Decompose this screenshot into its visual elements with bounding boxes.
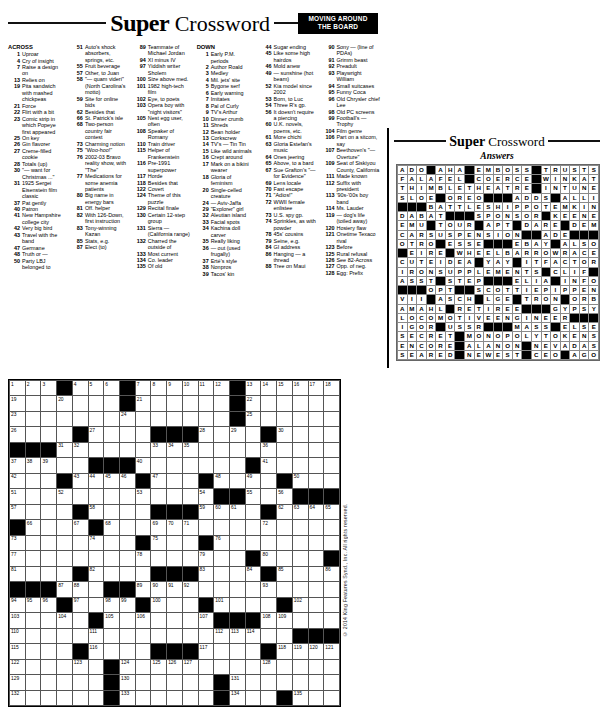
grid-cell[interactable] [26,644,41,658]
grid-cell[interactable]: 58 [89,505,104,519]
grid-cell[interactable] [73,551,88,565]
grid-cell[interactable] [183,489,198,503]
grid-cell[interactable]: 79 [199,551,214,565]
grid-cell[interactable] [26,613,41,627]
grid-cell[interactable] [89,660,104,674]
grid-cell[interactable]: 88 [73,582,88,596]
grid-cell[interactable]: 83 [199,567,214,581]
grid-cell[interactable]: 69 [151,520,166,534]
grid-cell[interactable] [41,675,56,689]
grid-cell[interactable]: 96 [41,598,56,612]
grid-cell[interactable] [309,396,324,410]
grid-cell[interactable]: 32 [73,443,88,457]
grid-cell[interactable] [26,396,41,410]
grid-cell[interactable] [104,629,119,643]
grid-cell[interactable]: 28 [199,427,214,441]
grid-cell[interactable] [230,458,245,472]
grid-cell[interactable] [89,598,104,612]
grid-cell[interactable] [324,396,339,410]
grid-cell[interactable] [324,474,339,488]
grid-cell[interactable] [324,598,339,612]
grid-cell[interactable] [89,551,104,565]
grid-cell[interactable] [199,520,214,534]
grid-cell[interactable]: 21 [136,396,151,410]
grid-cell[interactable] [246,582,261,596]
grid-cell[interactable]: 125 [151,660,166,674]
grid-cell[interactable] [277,520,292,534]
grid-cell[interactable] [57,458,72,472]
grid-cell[interactable]: 130 [120,675,135,689]
grid-cell[interactable] [104,505,119,519]
grid-cell[interactable]: 2 [26,381,41,395]
grid-cell[interactable] [41,474,56,488]
grid-cell[interactable] [230,443,245,457]
grid-cell[interactable] [230,474,245,488]
grid-cell[interactable]: 60 [214,505,229,519]
grid-cell[interactable]: 34 [167,443,182,457]
grid-cell[interactable]: 94 [10,598,25,612]
grid-cell[interactable] [214,567,229,581]
grid-cell[interactable] [136,691,151,705]
grid-cell[interactable] [277,629,292,643]
grid-cell[interactable]: 38 [26,458,41,472]
grid-cell[interactable] [309,536,324,550]
grid-cell[interactable] [73,489,88,503]
grid-cell[interactable]: 13 [246,381,261,395]
grid-cell[interactable] [214,660,229,674]
grid-cell[interactable]: 134 [230,691,245,705]
grid-cell[interactable] [151,691,166,705]
grid-cell[interactable]: 133 [120,691,135,705]
grid-cell[interactable]: 124 [120,660,135,674]
grid-cell[interactable] [230,567,245,581]
grid-cell[interactable]: 57 [10,505,25,519]
grid-cell[interactable] [309,675,324,689]
grid-cell[interactable]: 1 [10,381,25,395]
grid-cell[interactable] [183,551,198,565]
grid-cell[interactable]: 116 [89,644,104,658]
grid-cell[interactable] [41,489,56,503]
grid-cell[interactable] [167,551,182,565]
grid-cell[interactable] [167,458,182,472]
grid-cell[interactable] [309,458,324,472]
grid-cell[interactable] [41,551,56,565]
grid-cell[interactable]: 111 [89,629,104,643]
grid-cell[interactable] [167,489,182,503]
grid-cell[interactable] [26,567,41,581]
grid-cell[interactable] [89,443,104,457]
grid-cell[interactable]: 36 [261,443,276,457]
grid-cell[interactable] [324,412,339,426]
grid-cell[interactable] [89,489,104,503]
grid-cell[interactable]: 82 [89,567,104,581]
grid-cell[interactable] [136,505,151,519]
grid-cell[interactable] [261,396,276,410]
grid-cell[interactable]: 128 [261,660,276,674]
grid-cell[interactable]: 56 [277,489,292,503]
grid-cell[interactable]: 99 [120,598,135,612]
grid-cell[interactable] [324,660,339,674]
grid-cell[interactable] [214,396,229,410]
grid-cell[interactable] [324,520,339,534]
grid-cell[interactable] [120,427,135,441]
grid-cell[interactable] [167,629,182,643]
grid-cell[interactable] [277,458,292,472]
grid-cell[interactable] [151,396,166,410]
grid-cell[interactable]: 61 [230,505,245,519]
grid-cell[interactable]: 53 [136,489,151,503]
grid-cell[interactable]: 106 [136,613,151,627]
grid-cell[interactable] [136,644,151,658]
grid-cell[interactable] [104,489,119,503]
grid-cell[interactable]: 14 [261,381,276,395]
grid-cell[interactable] [261,675,276,689]
grid-cell[interactable] [246,598,261,612]
grid-cell[interactable]: 11 [199,381,214,395]
grid-cell[interactable] [214,644,229,658]
grid-cell[interactable]: 22 [246,396,261,410]
grid-cell[interactable] [89,412,104,426]
grid-cell[interactable]: 113 [230,629,245,643]
grid-cell[interactable] [230,598,245,612]
grid-cell[interactable] [309,598,324,612]
grid-cell[interactable]: 97 [73,598,88,612]
grid-cell[interactable]: 126 [167,660,182,674]
grid-cell[interactable] [277,675,292,689]
grid-cell[interactable]: 103 [10,613,25,627]
grid-cell[interactable]: 119 [293,644,308,658]
grid-cell[interactable] [73,613,88,627]
grid-cell[interactable]: 77 [10,551,25,565]
grid-cell[interactable] [199,412,214,426]
grid-cell[interactable] [167,675,182,689]
grid-cell[interactable] [57,536,72,550]
grid-cell[interactable]: 10 [183,381,198,395]
grid-cell[interactable] [151,551,166,565]
grid-cell[interactable] [57,427,72,441]
grid-cell[interactable] [120,489,135,503]
grid-cell[interactable]: 51 [10,489,25,503]
grid-cell[interactable]: 93 [261,582,276,596]
grid-cell[interactable] [261,536,276,550]
grid-cell[interactable] [309,567,324,581]
grid-cell[interactable]: 27 [89,427,104,441]
grid-cell[interactable]: 46 [120,474,135,488]
grid-cell[interactable] [167,412,182,426]
grid-cell[interactable]: 12 [214,381,229,395]
grid-cell[interactable] [293,396,308,410]
grid-cell[interactable] [73,629,88,643]
grid-cell[interactable]: 35 [183,443,198,457]
grid-cell[interactable] [293,551,308,565]
grid-cell[interactable] [183,598,198,612]
grid-cell[interactable]: 37 [10,458,25,472]
grid-cell[interactable]: 110 [10,629,25,643]
grid-cell[interactable] [151,458,166,472]
grid-cell[interactable] [167,691,182,705]
grid-cell[interactable] [120,567,135,581]
grid-cell[interactable]: 84 [246,567,261,581]
grid-cell[interactable]: 6 [104,381,119,395]
grid-cell[interactable] [246,644,261,658]
grid-cell[interactable] [293,613,308,627]
grid-cell[interactable] [261,412,276,426]
grid-cell[interactable] [136,443,151,457]
grid-cell[interactable]: 87 [57,582,72,596]
grid-cell[interactable]: 3 [41,381,56,395]
grid-cell[interactable]: 132 [10,691,25,705]
grid-cell[interactable] [293,458,308,472]
grid-cell[interactable]: 5 [89,381,104,395]
grid-cell[interactable] [183,613,198,627]
grid-cell[interactable]: 90 [151,582,166,596]
grid-cell[interactable] [104,536,119,550]
grid-cell[interactable] [136,660,151,674]
grid-cell[interactable]: 49 [246,474,261,488]
grid-cell[interactable] [324,691,339,705]
grid-cell[interactable] [41,396,56,410]
grid-cell[interactable]: 71 [183,520,198,534]
grid-cell[interactable] [261,474,276,488]
grid-cell[interactable]: 76 [214,536,229,550]
grid-cell[interactable] [309,582,324,596]
grid-cell[interactable] [246,660,261,674]
grid-cell[interactable] [41,644,56,658]
grid-cell[interactable] [120,520,135,534]
grid-cell[interactable] [26,675,41,689]
grid-cell[interactable] [246,427,261,441]
grid-cell[interactable] [57,660,72,674]
grid-cell[interactable]: 59 [199,505,214,519]
grid-cell[interactable] [26,660,41,674]
grid-cell[interactable] [41,567,56,581]
grid-cell[interactable] [324,458,339,472]
grid-cell[interactable] [167,396,182,410]
grid-cell[interactable]: 101 [214,598,229,612]
grid-cell[interactable]: 55 [246,489,261,503]
grid-cell[interactable] [277,412,292,426]
grid-cell[interactable] [151,629,166,643]
grid-cell[interactable] [199,691,214,705]
grid-cell[interactable] [261,598,276,612]
grid-cell[interactable] [230,582,245,596]
grid-cell[interactable] [136,427,151,441]
grid-cell[interactable]: 39 [41,458,56,472]
grid-cell[interactable] [41,629,56,643]
grid-cell[interactable] [151,412,166,426]
grid-cell[interactable] [89,396,104,410]
grid-cell[interactable] [199,675,214,689]
grid-cell[interactable]: 118 [277,644,292,658]
grid-cell[interactable] [41,613,56,627]
grid-cell[interactable]: 81 [10,567,25,581]
grid-cell[interactable]: 67 [73,520,88,534]
grid-cell[interactable] [57,644,72,658]
grid-cell[interactable]: 41 [261,458,276,472]
grid-cell[interactable] [89,582,104,596]
grid-cell[interactable]: 80 [261,551,276,565]
grid-cell[interactable] [183,412,198,426]
grid-cell[interactable]: 123 [73,660,88,674]
grid-cell[interactable] [136,520,151,534]
grid-cell[interactable]: 65 [324,505,339,519]
grid-cell[interactable] [214,582,229,596]
grid-cell[interactable]: 48 [214,474,229,488]
grid-cell[interactable]: 25 [246,412,261,426]
grid-cell[interactable] [246,520,261,534]
grid-cell[interactable]: 73 [10,536,25,550]
grid-cell[interactable] [309,443,324,457]
grid-cell[interactable] [293,443,308,457]
grid-cell[interactable] [293,412,308,426]
grid-cell[interactable] [277,660,292,674]
grid-cell[interactable] [104,551,119,565]
grid-cell[interactable] [73,691,88,705]
grid-cell[interactable]: 23 [10,412,25,426]
grid-cell[interactable] [73,458,88,472]
grid-cell[interactable] [324,582,339,596]
grid-cell[interactable] [309,551,324,565]
grid-cell[interactable] [57,675,72,689]
grid-cell[interactable]: 102 [293,598,308,612]
grid-cell[interactable]: 114 [246,629,261,643]
grid-cell[interactable]: 33 [151,443,166,457]
grid-cell[interactable] [309,474,324,488]
grid-cell[interactable]: 64 [309,505,324,519]
grid-cell[interactable] [199,443,214,457]
grid-cell[interactable]: 63 [293,505,308,519]
grid-cell[interactable] [309,520,324,534]
grid-cell[interactable] [293,520,308,534]
grid-cell[interactable] [277,582,292,596]
grid-cell[interactable] [293,427,308,441]
grid-cell[interactable] [120,613,135,627]
grid-cell[interactable]: 29 [230,427,245,441]
grid-cell[interactable] [183,675,198,689]
grid-cell[interactable]: 31 [57,443,72,457]
grid-cell[interactable]: 19 [10,396,25,410]
grid-cell[interactable] [246,675,261,689]
grid-cell[interactable]: 115 [10,644,25,658]
grid-cell[interactable]: 70 [167,520,182,534]
grid-cell[interactable]: 9 [167,381,182,395]
grid-cell[interactable] [183,458,198,472]
grid-cell[interactable] [57,520,72,534]
grid-cell[interactable] [57,551,72,565]
grid-cell[interactable] [26,427,41,441]
grid-cell[interactable] [277,551,292,565]
grid-cell[interactable]: 8 [151,381,166,395]
grid-cell[interactable]: 100 [151,598,166,612]
grid-cell[interactable]: 91 [167,582,182,596]
grid-cell[interactable] [199,629,214,643]
grid-cell[interactable]: 66 [26,520,41,534]
grid-cell[interactable] [324,536,339,550]
grid-cell[interactable] [57,412,72,426]
grid-cell[interactable] [151,489,166,503]
grid-cell[interactable] [136,675,151,689]
grid-cell[interactable] [26,629,41,643]
grid-cell[interactable]: 89 [136,582,151,596]
grid-cell[interactable] [324,443,339,457]
grid-cell[interactable]: 135 [293,691,308,705]
grid-cell[interactable] [73,536,88,550]
grid-cell[interactable] [41,691,56,705]
grid-cell[interactable] [246,443,261,457]
grid-cell[interactable] [104,644,119,658]
grid-cell[interactable]: 43 [73,474,88,488]
grid-cell[interactable] [136,629,151,643]
grid-cell[interactable] [57,691,72,705]
grid-cell[interactable] [309,691,324,705]
grid-cell[interactable]: 40 [136,458,151,472]
grid-cell[interactable] [26,691,41,705]
grid-cell[interactable] [41,505,56,519]
grid-cell[interactable] [199,660,214,674]
grid-cell[interactable] [167,474,182,488]
grid-cell[interactable]: 17 [309,381,324,395]
grid-cell[interactable] [120,443,135,457]
grid-cell[interactable] [324,675,339,689]
grid-cell[interactable] [41,520,56,534]
grid-cell[interactable]: 131 [230,675,245,689]
grid-cell[interactable]: 121 [324,644,339,658]
grid-cell[interactable]: 42 [10,474,25,488]
grid-cell[interactable] [73,396,88,410]
grid-cell[interactable] [214,458,229,472]
grid-cell[interactable] [41,536,56,550]
grid-cell[interactable]: 4 [73,381,88,395]
grid-cell[interactable] [120,551,135,565]
grid-cell[interactable] [324,427,339,441]
grid-cell[interactable] [277,396,292,410]
grid-cell[interactable] [26,536,41,550]
grid-cell[interactable] [293,675,308,689]
grid-cell[interactable] [120,536,135,550]
grid-cell[interactable] [324,613,339,627]
grid-cell[interactable] [309,427,324,441]
grid-cell[interactable] [151,675,166,689]
grid-cell[interactable] [277,536,292,550]
grid-cell[interactable]: 78 [136,551,151,565]
grid-cell[interactable] [183,691,198,705]
grid-cell[interactable] [41,660,56,674]
grid-cell[interactable] [41,412,56,426]
grid-cell[interactable] [309,412,324,426]
grid-cell[interactable] [261,489,276,503]
grid-cell[interactable] [26,474,41,488]
grid-cell[interactable]: 62 [277,505,292,519]
grid-cell[interactable] [120,629,135,643]
grid-cell[interactable] [183,536,198,550]
grid-cell[interactable]: 72 [261,520,276,534]
grid-cell[interactable]: 75 [151,536,166,550]
grid-cell[interactable] [26,551,41,565]
grid-cell[interactable] [26,412,41,426]
grid-cell[interactable]: 20 [57,396,72,410]
grid-cell[interactable]: 85 [277,567,292,581]
grid-cell[interactable] [230,520,245,534]
grid-cell[interactable] [230,644,245,658]
grid-cell[interactable] [183,396,198,410]
grid-cell[interactable] [309,660,324,674]
grid-cell[interactable] [230,660,245,674]
grid-cell[interactable] [136,412,151,426]
grid-cell[interactable]: 18 [324,381,339,395]
grid-cell[interactable] [293,582,308,596]
grid-cell[interactable] [214,520,229,534]
grid-cell[interactable] [199,582,214,596]
